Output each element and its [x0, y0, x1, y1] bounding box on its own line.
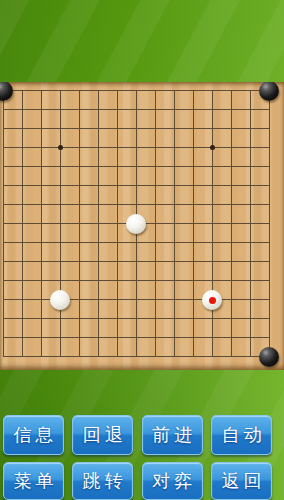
grid-line-horizontal	[3, 280, 270, 281]
grid-line-horizontal	[3, 242, 270, 243]
grid-line-horizontal	[3, 318, 270, 319]
grid-line-horizontal	[3, 356, 270, 357]
play-button[interactable]: 对弈	[142, 462, 203, 500]
grid-line-horizontal	[3, 299, 270, 300]
grid-line-vertical	[231, 90, 232, 357]
forward-button[interactable]: 前进	[142, 415, 203, 455]
screen: 信息 回退 前进 自动 菜单 跳转 对弈 返回	[0, 0, 284, 500]
grid-line-vertical	[193, 90, 194, 357]
undo-button[interactable]: 回退	[72, 415, 133, 455]
go-board[interactable]	[0, 82, 284, 370]
white-stone	[50, 290, 70, 310]
black-stone	[259, 347, 279, 367]
grid-line-vertical	[250, 90, 251, 357]
auto-button[interactable]: 自动	[211, 415, 272, 455]
info-button[interactable]: 信息	[3, 415, 64, 455]
grid-line-vertical	[212, 90, 213, 357]
grid-line-horizontal	[3, 261, 270, 262]
grid-line-vertical	[269, 90, 270, 357]
grid-line-vertical	[155, 90, 156, 357]
toolbar-row-2: 菜单 跳转 对弈 返回	[0, 462, 284, 500]
black-stone	[259, 82, 279, 101]
grid-line-horizontal	[3, 337, 270, 338]
menu-button[interactable]: 菜单	[3, 462, 64, 500]
white-stone	[202, 290, 222, 310]
toolbar-row-1: 信息 回退 前进 自动	[0, 415, 284, 455]
jump-button[interactable]: 跳转	[72, 462, 133, 500]
grid-line-vertical	[174, 90, 175, 357]
back-button[interactable]: 返回	[211, 462, 272, 500]
star-point	[58, 145, 63, 150]
app-screen: { "game": "Go / Gomoku (15x15 wooden boa…	[0, 0, 284, 500]
black-stone	[0, 82, 13, 101]
last-move-marker	[209, 297, 216, 304]
white-stone	[126, 214, 146, 234]
toolbar: 信息 回退 前进 自动 菜单 跳转 对弈 返回	[0, 415, 284, 500]
star-point	[210, 145, 215, 150]
